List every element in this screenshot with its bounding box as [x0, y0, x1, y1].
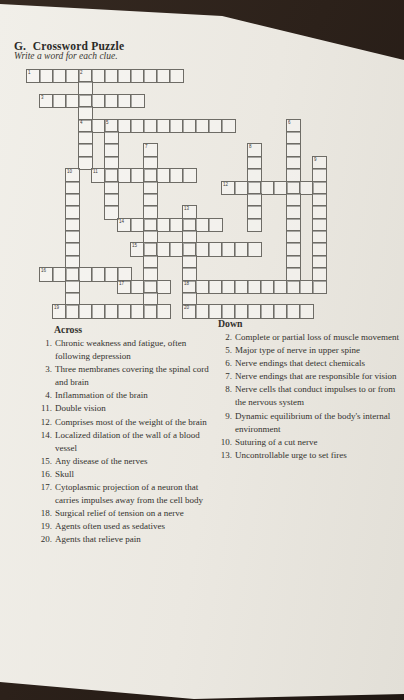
- grid-cell-r10c21[interactable]: [287, 182, 300, 194]
- clue-across-1: 1.Chronic weakness and fatigue, often fo…: [36, 337, 217, 363]
- clue-number-3: 3: [41, 95, 44, 99]
- instructions: Write a word for each clue.: [14, 51, 118, 61]
- grid-cell-r14c23[interactable]: [313, 231, 326, 243]
- grid-cell-r3c6[interactable]: [92, 95, 105, 107]
- clue-num-label: 17.: [36, 481, 52, 507]
- grid-cell-r17c10[interactable]: [144, 268, 157, 280]
- grid-cell-r18c22[interactable]: [300, 281, 313, 293]
- clue-text: Suturing of a cut nerve: [235, 436, 402, 449]
- grid-cell-r1c10[interactable]: [144, 70, 157, 82]
- grid-cell-r10c7[interactable]: [105, 182, 118, 194]
- grid-cell-r17c23[interactable]: [313, 268, 326, 280]
- grid-cell-r17c6[interactable]: [92, 268, 105, 280]
- grid-cell-r12c21[interactable]: [287, 206, 300, 218]
- grid-cell-r13c21[interactable]: [287, 219, 300, 231]
- grid-cell-r5c9[interactable]: [131, 120, 144, 132]
- clue-num-label: 1.: [36, 337, 52, 363]
- clue-text: Major type of nerve in upper spine: [235, 344, 402, 357]
- grid-cell-r8c10[interactable]: [144, 157, 157, 169]
- clue-down-5: 5.Major type of nerve in upper spine: [216, 344, 402, 357]
- grid-cell-r5c16[interactable]: [222, 120, 235, 132]
- grid-cell-r11c7[interactable]: [105, 194, 118, 206]
- grid-cell-r17c4[interactable]: [66, 268, 79, 280]
- down-list: 2.Complete or partial loss of muscle mov…: [216, 331, 402, 462]
- grid-cell-r19c4[interactable]: [66, 293, 79, 305]
- grid-cell-r17c7[interactable]: [105, 268, 118, 280]
- grid-cell-r15c12[interactable]: [170, 243, 183, 255]
- grid-cell-r9c12[interactable]: [170, 169, 183, 181]
- grid-cell-r16c4[interactable]: [66, 256, 79, 268]
- clue-text: Nerve cells that conduct impulses to or …: [235, 383, 402, 409]
- grid-cell-r13c10[interactable]: [144, 219, 157, 231]
- grid-cell-r13c13[interactable]: [183, 219, 196, 231]
- grid-cell-r5c6[interactable]: [92, 120, 105, 132]
- grid-cell-r18c14[interactable]: [196, 281, 209, 293]
- clue-number-17: 17: [119, 281, 124, 285]
- grid-cell-r20c11[interactable]: [157, 305, 170, 317]
- grid-cell-r15c13[interactable]: [183, 243, 196, 255]
- grid-cell-r12c7[interactable]: [105, 206, 118, 218]
- grid-cell-r10c18[interactable]: [248, 182, 261, 194]
- grid-cell-r17c2[interactable]: 16: [40, 268, 53, 280]
- grid-cell-r15c10[interactable]: [144, 243, 157, 255]
- grid-cell-r7c18[interactable]: 8: [248, 144, 261, 156]
- clue-num-label: 16.: [36, 468, 52, 481]
- down-header: Down: [218, 318, 402, 329]
- grid-cell-r18c4[interactable]: [66, 281, 79, 293]
- grid-cell-r8c7[interactable]: [105, 157, 118, 169]
- grid-cell-r3c3[interactable]: [53, 95, 66, 107]
- clue-text: Nerve endings that detect chemicals: [235, 357, 402, 370]
- clue-text: Dynamic equilibrium of the body's intern…: [235, 410, 402, 436]
- grid-cell-r20c15[interactable]: [209, 305, 222, 317]
- clue-number-11: 11: [93, 169, 98, 173]
- grid-cell-r18c19[interactable]: [261, 281, 274, 293]
- clue-across-4: 4.Inflammation of the brain: [36, 389, 217, 402]
- grid-cell-r15c21[interactable]: [287, 243, 300, 255]
- clue-number-2: 2: [80, 70, 83, 74]
- clue-num-label: 3.: [36, 363, 52, 389]
- clue-number-7: 7: [145, 144, 148, 148]
- clue-across-11: 11.Double vision: [36, 402, 217, 415]
- grid-cell-r15c11[interactable]: [157, 243, 170, 255]
- grid-cell-r18c13[interactable]: 18: [183, 281, 196, 293]
- grid-cell-r9c6[interactable]: 11: [92, 169, 105, 181]
- worksheet-paper: 3 G.Crossword Puzzle Write a word for ea…: [0, 0, 404, 700]
- crossword-grid: 1234567891011121314151617181920: [27, 70, 326, 318]
- grid-cell-r8c5[interactable]: [79, 157, 92, 169]
- clue-num-label: 14.: [36, 429, 52, 455]
- clue-across-19: 19.Agents often used as sedatives: [36, 520, 217, 533]
- grid-cell-r9c23[interactable]: [313, 169, 326, 181]
- grid-cell-r12c13[interactable]: 13: [183, 206, 196, 218]
- grid-cell-r13c9[interactable]: [131, 219, 144, 231]
- grid-cell-r17c13[interactable]: [183, 268, 196, 280]
- clue-text: Nerve endings that are responsible for v…: [235, 370, 402, 383]
- grid-cell-r7c7[interactable]: [105, 144, 118, 156]
- grid-cell-r17c21[interactable]: [287, 268, 300, 280]
- clue-across-17: 17.Cytoplasmic projection of a neuron th…: [36, 481, 217, 507]
- grid-cell-r18c21[interactable]: [287, 281, 300, 293]
- grid-cell-r9c4[interactable]: 10: [66, 169, 79, 181]
- grid-cell-r3c4[interactable]: [66, 95, 79, 107]
- clue-text: Complete or partial loss of muscle movem…: [235, 331, 402, 344]
- grid-cell-r13c15[interactable]: [209, 219, 222, 231]
- grid-cell-r5c5[interactable]: 4: [79, 120, 92, 132]
- grid-cell-r18c15[interactable]: [209, 281, 222, 293]
- page-number: 3: [341, 33, 345, 42]
- grid-cell-r15c17[interactable]: [235, 243, 248, 255]
- grid-cell-r11c18[interactable]: [248, 194, 261, 206]
- clue-text: Chronic weakness and fatigue, often foll…: [55, 337, 217, 363]
- grid-cell-r14c10[interactable]: [144, 231, 157, 243]
- grid-cell-r13c18[interactable]: [248, 219, 261, 231]
- clue-num-label: 5.: [216, 344, 232, 357]
- grid-cell-r10c20[interactable]: [274, 182, 287, 194]
- grid-cell-r18c23[interactable]: [313, 281, 326, 293]
- desk-background: 3 G.Crossword Puzzle Write a word for ea…: [0, 0, 404, 700]
- grid-cell-r2c5[interactable]: [79, 82, 92, 94]
- clue-number-12: 12: [223, 182, 228, 186]
- clue-num-label: 7.: [216, 370, 232, 383]
- grid-cell-r18c10[interactable]: [144, 281, 157, 293]
- clue-text: Agents that relieve pain: [55, 533, 217, 546]
- grid-cell-r9c9[interactable]: [131, 169, 144, 181]
- clue-text: Cytoplasmic projection of a neuron that …: [55, 481, 217, 507]
- grid-cell-r18c8[interactable]: 17: [118, 281, 131, 293]
- clue-text: Inflammation of the brain: [55, 389, 217, 402]
- clue-text: Agents often used as sedatives: [55, 520, 217, 533]
- grid-cell-r3c2[interactable]: 3: [40, 95, 53, 107]
- grid-cell-r12c23[interactable]: [313, 206, 326, 218]
- grid-cell-r10c23[interactable]: [313, 182, 326, 194]
- clue-num-label: 20.: [36, 533, 52, 546]
- clue-number-1: 1: [28, 70, 31, 74]
- grid-cell-r9c13[interactable]: [183, 169, 196, 181]
- clue-number-9: 9: [314, 157, 317, 161]
- grid-cell-r14c4[interactable]: [66, 231, 79, 243]
- grid-cell-r20c20[interactable]: [274, 305, 287, 317]
- grid-cell-r6c5[interactable]: [79, 132, 92, 144]
- grid-cell-r1c6[interactable]: [92, 70, 105, 82]
- clue-across-15: 15.Any disease of the nerves: [36, 455, 217, 468]
- grid-cell-r5c11[interactable]: [157, 120, 170, 132]
- grid-cell-r16c21[interactable]: [287, 256, 300, 268]
- clue-num-label: 4.: [36, 389, 52, 402]
- grid-cell-r1c9[interactable]: [131, 70, 144, 82]
- down-clues: Down 2.Complete or partial loss of muscl…: [216, 318, 402, 462]
- grid-cell-r13c8[interactable]: 14: [118, 219, 131, 231]
- grid-cell-r20c6[interactable]: [92, 305, 105, 317]
- grid-cell-r16c13[interactable]: [183, 256, 196, 268]
- grid-cell-r3c9[interactable]: [131, 95, 144, 107]
- grid-cell-r13c12[interactable]: [170, 219, 183, 231]
- grid-cell-r1c8[interactable]: [118, 70, 131, 82]
- clue-num-label: 11.: [36, 402, 52, 415]
- grid-cell-r5c8[interactable]: [118, 120, 131, 132]
- across-header: Across: [54, 324, 217, 335]
- grid-cell-r17c5[interactable]: [79, 268, 92, 280]
- grid-cell-r18c9[interactable]: [131, 281, 144, 293]
- clue-number-8: 8: [249, 144, 252, 148]
- clue-number-10: 10: [67, 169, 72, 173]
- grid-cell-r5c10[interactable]: [144, 120, 157, 132]
- grid-cell-r13c14[interactable]: [196, 219, 209, 231]
- grid-cell-r20c7[interactable]: [105, 305, 118, 317]
- clue-num-label: 8.: [216, 383, 232, 409]
- clue-num-label: 18.: [36, 507, 52, 520]
- clue-down-6: 6.Nerve endings that detect chemicals: [216, 357, 402, 370]
- grid-cell-r20c10[interactable]: [144, 305, 157, 317]
- grid-cell-r20c3[interactable]: 19: [53, 305, 66, 317]
- clue-across-3: 3.Three membranes covering the spinal co…: [36, 363, 217, 389]
- grid-cell-r6c21[interactable]: [287, 132, 300, 144]
- grid-cell-r1c11[interactable]: [157, 70, 170, 82]
- grid-cell-r8c21[interactable]: [287, 157, 300, 169]
- grid-cell-r1c5[interactable]: 2: [79, 70, 92, 82]
- grid-cell-r18c17[interactable]: [235, 281, 248, 293]
- clue-num-label: 2.: [216, 331, 232, 344]
- clue-number-15: 15: [132, 243, 137, 247]
- clue-across-18: 18.Surgical relief of tension on a nerve: [36, 507, 217, 520]
- grid-cell-r20c17[interactable]: [235, 305, 248, 317]
- grid-cell-r18c18[interactable]: [248, 281, 261, 293]
- grid-cell-r16c23[interactable]: [313, 256, 326, 268]
- grid-cell-r12c4[interactable]: [66, 206, 79, 218]
- clue-num-label: 13.: [216, 449, 232, 462]
- grid-cell-r20c22[interactable]: [300, 305, 313, 317]
- grid-cell-r10c22[interactable]: [300, 182, 313, 194]
- grid-cell-r10c17[interactable]: [235, 182, 248, 194]
- across-list: 1.Chronic weakness and fatigue, often fo…: [36, 337, 217, 547]
- clue-text: Uncontrollable urge to set fires: [235, 449, 402, 462]
- grid-cell-r15c15[interactable]: [209, 243, 222, 255]
- clue-text: Skull: [55, 468, 217, 481]
- grid-cell-r4c5[interactable]: [79, 107, 92, 119]
- clue-across-14: 14.Localized dilation of the wall of a b…: [36, 429, 217, 455]
- clue-number-13: 13: [184, 206, 189, 210]
- grid-cell-r9c18[interactable]: [248, 169, 261, 181]
- grid-cell-r12c18[interactable]: [248, 206, 261, 218]
- clue-text: Comprises most of the weight of the brai…: [55, 416, 217, 429]
- grid-cell-r10c16[interactable]: 12: [222, 182, 235, 194]
- grid-cell-r5c21[interactable]: 6: [287, 120, 300, 132]
- grid-cell-r11c10[interactable]: [144, 194, 157, 206]
- grid-cell-r1c4[interactable]: [66, 70, 79, 82]
- across-clues: Across 1.Chronic weakness and fatigue, o…: [36, 324, 217, 547]
- grid-cell-r5c14[interactable]: [196, 120, 209, 132]
- grid-cell-r19c10[interactable]: [144, 293, 157, 305]
- clue-number-19: 19: [54, 305, 59, 309]
- clue-number-4: 4: [80, 120, 83, 124]
- grid-cell-r14c13[interactable]: [183, 231, 196, 243]
- grid-cell-r10c4[interactable]: [66, 182, 79, 194]
- grid-cell-r17c8[interactable]: [118, 268, 131, 280]
- grid-cell-r1c2[interactable]: [40, 70, 53, 82]
- grid-cell-r20c14[interactable]: [196, 305, 209, 317]
- grid-cell-r11c21[interactable]: [287, 194, 300, 206]
- grid-cell-r1c7[interactable]: [105, 70, 118, 82]
- clue-num-label: 9.: [216, 410, 232, 436]
- clue-text: Any disease of the nerves: [55, 455, 217, 468]
- clue-number-14: 14: [119, 219, 124, 223]
- grid-cell-r3c8[interactable]: [118, 95, 131, 107]
- grid-cell-r15c23[interactable]: [313, 243, 326, 255]
- grid-cell-r11c23[interactable]: [313, 194, 326, 206]
- grid-cell-r15c9[interactable]: 15: [131, 243, 144, 255]
- clue-across-20: 20.Agents that relieve pain: [36, 533, 217, 546]
- clue-down-9: 9.Dynamic equilibrium of the body's inte…: [216, 410, 402, 436]
- clue-across-12: 12.Comprises most of the weight of the b…: [36, 416, 217, 429]
- grid-cell-r10c10[interactable]: [144, 182, 157, 194]
- grid-cell-r1c3[interactable]: [53, 70, 66, 82]
- grid-cell-r9c8[interactable]: [118, 169, 131, 181]
- grid-cell-r18c16[interactable]: [222, 281, 235, 293]
- grid-cell-r13c4[interactable]: [66, 219, 79, 231]
- clue-number-20: 20: [184, 305, 189, 309]
- grid-cell-r8c23[interactable]: 9: [313, 157, 326, 169]
- clue-num-label: 19.: [36, 520, 52, 533]
- clue-text: Surgical relief of tension on a nerve: [55, 507, 217, 520]
- clue-number-6: 6: [288, 120, 291, 124]
- clue-text: Localized dilation of the wall of a bloo…: [55, 429, 217, 455]
- grid-cell-r9c7[interactable]: [105, 169, 118, 181]
- clue-down-7: 7.Nerve endings that are responsible for…: [216, 370, 402, 383]
- grid-cell-r1c1[interactable]: 1: [27, 70, 40, 82]
- clue-down-13: 13.Uncontrollable urge to set fires: [216, 449, 402, 462]
- grid-cell-r6c7[interactable]: [105, 132, 118, 144]
- grid-cell-r9c21[interactable]: [287, 169, 300, 181]
- grid-cell-r12c10[interactable]: [144, 206, 157, 218]
- grid-cell-r5c7[interactable]: 5: [105, 120, 118, 132]
- grid-cell-r5c13[interactable]: [183, 120, 196, 132]
- grid-cell-r5c15[interactable]: [209, 120, 222, 132]
- clue-down-2: 2.Complete or partial loss of muscle mov…: [216, 331, 402, 344]
- grid-cell-r3c5[interactable]: [79, 95, 92, 107]
- grid-cell-r13c11[interactable]: [157, 219, 170, 231]
- grid-cell-r20c18[interactable]: [248, 305, 261, 317]
- grid-cell-r15c14[interactable]: [196, 243, 209, 255]
- grid-cell-r20c5[interactable]: [79, 305, 92, 317]
- clue-across-16: 16.Skull: [36, 468, 217, 481]
- grid-cell-r14c21[interactable]: [287, 231, 300, 243]
- grid-cell-r7c10[interactable]: 7: [144, 144, 157, 156]
- clue-num-label: 10.: [216, 436, 232, 449]
- grid-cell-r7c21[interactable]: [287, 144, 300, 156]
- clue-num-label: 6.: [216, 357, 232, 370]
- grid-cell-r10c19[interactable]: [261, 182, 274, 194]
- grid-cell-r5c12[interactable]: [170, 120, 183, 132]
- grid-cell-r1c12[interactable]: [170, 70, 183, 82]
- grid-cell-r11c4[interactable]: [66, 194, 79, 206]
- grid-cell-r15c4[interactable]: [66, 243, 79, 255]
- grid-cell-r3c7[interactable]: [105, 95, 118, 107]
- grid-cell-r18c11[interactable]: [157, 281, 170, 293]
- grid-cell-r20c16[interactable]: [222, 305, 235, 317]
- grid-cell-r20c19[interactable]: [261, 305, 274, 317]
- clue-num-label: 15.: [36, 455, 52, 468]
- grid-cell-r20c9[interactable]: [131, 305, 144, 317]
- clue-down-8: 8.Nerve cells that conduct impulses to o…: [216, 383, 402, 409]
- clue-number-16: 16: [41, 268, 46, 272]
- grid-cell-r8c18[interactable]: [248, 157, 261, 169]
- clue-num-label: 12.: [36, 416, 52, 429]
- grid-cell-r9c10[interactable]: [144, 169, 157, 181]
- clue-number-5: 5: [106, 120, 109, 124]
- clue-number-18: 18: [184, 281, 189, 285]
- grid-cell-r13c23[interactable]: [313, 219, 326, 231]
- grid-cell-r7c5[interactable]: [79, 144, 92, 156]
- grid-cell-r20c13[interactable]: 20: [183, 305, 196, 317]
- grid-cell-r20c21[interactable]: [287, 305, 300, 317]
- grid-cell-r9c11[interactable]: [157, 169, 170, 181]
- grid-cell-r20c4[interactable]: [66, 305, 79, 317]
- grid-cell-r15c16[interactable]: [222, 243, 235, 255]
- grid-cell-r20c8[interactable]: [118, 305, 131, 317]
- grid-cell-r15c18[interactable]: [248, 243, 261, 255]
- grid-cell-r18c20[interactable]: [274, 281, 287, 293]
- clue-text: Three membranes covering the spinal cord…: [55, 363, 217, 389]
- grid-cell-r17c3[interactable]: [53, 268, 66, 280]
- grid-cell-r19c13[interactable]: [183, 293, 196, 305]
- clue-down-10: 10.Suturing of a cut nerve: [216, 436, 402, 449]
- clue-text: Double vision: [55, 402, 217, 415]
- grid-cell-r16c10[interactable]: [144, 256, 157, 268]
